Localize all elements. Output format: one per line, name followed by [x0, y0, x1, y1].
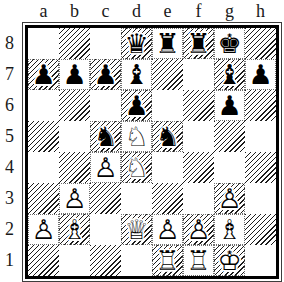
- square-c1: [90, 245, 121, 276]
- white-knight-d4: ♞♘: [121, 152, 152, 183]
- rank-label-5: 5: [0, 121, 19, 152]
- square-h4: [245, 152, 276, 183]
- square-e6: [152, 90, 183, 121]
- chess-board: ♛♛♜♜♜♜♚♚♟♟♟♟♟♟♝♝♝♝♟♟♟♟♟♟♞♞♞♘♞♞♟♙♞♘♟♙♟♙♟♙…: [28, 28, 276, 276]
- square-b2: ♝♗: [59, 214, 90, 245]
- square-a4: [28, 152, 59, 183]
- square-d6: ♟♟: [121, 90, 152, 121]
- square-e1: ♜♖: [152, 245, 183, 276]
- white-rook-e1: ♜♖: [152, 245, 183, 276]
- square-d1: [121, 245, 152, 276]
- square-b7: ♟♟: [59, 59, 90, 90]
- square-e5: ♞♞: [152, 121, 183, 152]
- square-d4: ♞♘: [121, 152, 152, 183]
- white-pawn-c4: ♟♙: [90, 152, 121, 183]
- square-e2: ♟♙: [152, 214, 183, 245]
- file-label-f: f: [183, 0, 214, 21]
- board-frame: ♛♛♜♜♜♜♚♚♟♟♟♟♟♟♝♝♝♝♟♟♟♟♟♟♞♞♞♘♞♞♟♙♞♘♟♙♟♙♟♙…: [22, 22, 282, 282]
- square-f6: [183, 90, 214, 121]
- white-knight-d5: ♞♘: [121, 121, 152, 152]
- square-a3: [28, 183, 59, 214]
- black-rook-f8: ♜♜: [183, 28, 214, 59]
- square-a5: [28, 121, 59, 152]
- square-h1: [245, 245, 276, 276]
- rank-label-3: 3: [0, 183, 19, 214]
- square-d2: ♛♕: [121, 214, 152, 245]
- square-d3: [121, 183, 152, 214]
- black-knight-e5: ♞♞: [152, 121, 183, 152]
- square-a1: [28, 245, 59, 276]
- square-h5: [245, 121, 276, 152]
- square-d7: ♝♝: [121, 59, 152, 90]
- black-pawn-h7: ♟♟: [245, 59, 276, 90]
- square-f4: [183, 152, 214, 183]
- square-g6: ♟♟: [214, 90, 245, 121]
- chess-diagram: abcdefgh 87654321 ♛♛♜♜♜♜♚♚♟♟♟♟♟♟♝♝♝♝♟♟♟♟…: [0, 0, 284, 282]
- file-label-d: d: [121, 0, 152, 21]
- square-e8: ♜♜: [152, 28, 183, 59]
- square-h6: [245, 90, 276, 121]
- square-b5: [59, 121, 90, 152]
- rank-label-8: 8: [0, 28, 19, 59]
- square-b1: [59, 245, 90, 276]
- square-f5: [183, 121, 214, 152]
- square-h3: [245, 183, 276, 214]
- square-c5: ♞♞: [90, 121, 121, 152]
- square-c4: ♟♙: [90, 152, 121, 183]
- square-g8: ♚♚: [214, 28, 245, 59]
- square-c7: ♟♟: [90, 59, 121, 90]
- square-g2: ♝♗: [214, 214, 245, 245]
- rank-label-1: 1: [0, 245, 19, 276]
- white-pawn-b3: ♟♙: [59, 183, 90, 214]
- white-queen-d2: ♛♕: [121, 214, 152, 245]
- square-a8: [28, 28, 59, 59]
- black-bishop-d7: ♝♝: [121, 59, 152, 90]
- square-f7: [183, 59, 214, 90]
- board-border: ♛♛♜♜♜♜♚♚♟♟♟♟♟♟♝♝♝♝♟♟♟♟♟♟♞♞♞♘♞♞♟♙♞♘♟♙♟♙♟♙…: [25, 25, 279, 279]
- black-king-g8: ♚♚: [214, 28, 245, 59]
- white-bishop-g2: ♝♗: [214, 214, 245, 245]
- rank-labels: 87654321: [0, 28, 19, 276]
- square-c8: [90, 28, 121, 59]
- rank-label-6: 6: [0, 90, 19, 121]
- white-pawn-g3: ♟♙: [214, 183, 245, 214]
- file-label-h: h: [245, 0, 276, 21]
- white-pawn-e2: ♟♙: [152, 214, 183, 245]
- white-king-g1: ♚♔: [214, 245, 245, 276]
- square-g3: ♟♙: [214, 183, 245, 214]
- white-pawn-f2: ♟♙: [183, 214, 214, 245]
- black-pawn-d6: ♟♟: [121, 90, 152, 121]
- white-pawn-a2: ♟♙: [28, 214, 59, 245]
- black-bishop-g7: ♝♝: [214, 59, 245, 90]
- file-label-a: a: [28, 0, 59, 21]
- square-b3: ♟♙: [59, 183, 90, 214]
- square-g4: [214, 152, 245, 183]
- rank-label-4: 4: [0, 152, 19, 183]
- file-label-g: g: [214, 0, 245, 21]
- square-f1: ♜♖: [183, 245, 214, 276]
- square-b8: [59, 28, 90, 59]
- white-rook-f1: ♜♖: [183, 245, 214, 276]
- file-label-b: b: [59, 0, 90, 21]
- rank-label-7: 7: [0, 59, 19, 90]
- square-a7: ♟♟: [28, 59, 59, 90]
- square-h2: [245, 214, 276, 245]
- square-c3: [90, 183, 121, 214]
- square-a2: ♟♙: [28, 214, 59, 245]
- black-pawn-a7: ♟♟: [28, 59, 59, 90]
- square-b6: [59, 90, 90, 121]
- file-label-c: c: [90, 0, 121, 21]
- square-d5: ♞♘: [121, 121, 152, 152]
- square-d8: ♛♛: [121, 28, 152, 59]
- file-labels: abcdefgh: [28, 0, 276, 21]
- square-a6: [28, 90, 59, 121]
- square-c2: [90, 214, 121, 245]
- black-pawn-g6: ♟♟: [214, 90, 245, 121]
- black-pawn-b7: ♟♟: [59, 59, 90, 90]
- square-f8: ♜♜: [183, 28, 214, 59]
- square-g7: ♝♝: [214, 59, 245, 90]
- file-label-e: e: [152, 0, 183, 21]
- black-rook-e8: ♜♜: [152, 28, 183, 59]
- black-queen-d8: ♛♛: [121, 28, 152, 59]
- black-pawn-c7: ♟♟: [90, 59, 121, 90]
- square-h8: [245, 28, 276, 59]
- square-f3: [183, 183, 214, 214]
- white-bishop-b2: ♝♗: [59, 214, 90, 245]
- square-g5: [214, 121, 245, 152]
- square-f2: ♟♙: [183, 214, 214, 245]
- black-knight-c5: ♞♞: [90, 121, 121, 152]
- square-g1: ♚♔: [214, 245, 245, 276]
- square-b4: [59, 152, 90, 183]
- square-e4: [152, 152, 183, 183]
- square-e7: [152, 59, 183, 90]
- rank-label-2: 2: [0, 214, 19, 245]
- square-h7: ♟♟: [245, 59, 276, 90]
- square-c6: [90, 90, 121, 121]
- square-e3: [152, 183, 183, 214]
